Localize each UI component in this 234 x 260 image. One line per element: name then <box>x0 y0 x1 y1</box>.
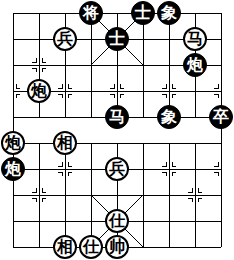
xiangqi-board[interactable]: 将士象兵士马炮炮马象卒炮相炮兵仕相仕帅 <box>0 0 234 260</box>
piece-black-soldier[interactable]: 卒 <box>209 105 233 129</box>
piece-red-elephant[interactable]: 相 <box>53 131 77 155</box>
piece-red-advisor[interactable]: 仕 <box>79 235 103 259</box>
piece-black-cannon[interactable]: 炮 <box>183 53 207 77</box>
piece-red-cannon[interactable]: 炮 <box>27 79 51 103</box>
piece-red-general[interactable]: 帅 <box>105 235 129 259</box>
piece-red-cannon[interactable]: 炮 <box>1 131 25 155</box>
piece-red-advisor[interactable]: 仕 <box>105 209 129 233</box>
piece-black-cannon[interactable]: 炮 <box>1 157 25 181</box>
pieces-layer: 将士象兵士马炮炮马象卒炮相炮兵仕相仕帅 <box>0 0 234 260</box>
piece-black-elephant[interactable]: 象 <box>157 1 181 25</box>
piece-black-advisor[interactable]: 士 <box>105 27 129 51</box>
piece-red-soldier[interactable]: 兵 <box>105 157 129 181</box>
piece-red-horse[interactable]: 马 <box>183 27 207 51</box>
piece-black-horse[interactable]: 马 <box>105 105 129 129</box>
piece-black-elephant[interactable]: 象 <box>157 105 181 129</box>
piece-black-advisor[interactable]: 士 <box>131 1 155 25</box>
piece-red-elephant[interactable]: 相 <box>53 235 77 259</box>
piece-black-general[interactable]: 将 <box>79 1 103 25</box>
piece-red-soldier[interactable]: 兵 <box>53 27 77 51</box>
